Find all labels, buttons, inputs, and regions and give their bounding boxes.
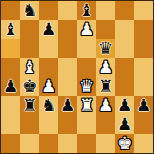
square-f5[interactable]: ♟ bbox=[96, 58, 115, 77]
square-h5[interactable] bbox=[134, 58, 153, 77]
square-g7[interactable] bbox=[115, 20, 134, 39]
piece-white-rook-e3[interactable]: ♜ bbox=[79, 96, 94, 115]
piece-white-pawn-f3[interactable]: ♟ bbox=[98, 96, 113, 115]
square-e8[interactable]: ♝ bbox=[77, 1, 96, 20]
square-a8[interactable] bbox=[1, 1, 20, 20]
square-a1[interactable] bbox=[1, 134, 20, 153]
square-f2[interactable] bbox=[96, 115, 115, 134]
square-a7[interactable]: ♝ bbox=[1, 20, 20, 39]
square-a2[interactable] bbox=[1, 115, 20, 134]
piece-white-king-g1[interactable]: ♚ bbox=[117, 134, 132, 153]
piece-white-pawn-e7[interactable]: ♟ bbox=[79, 20, 94, 39]
square-g2[interactable]: ♟ bbox=[115, 115, 134, 134]
piece-black-pawn-g3[interactable]: ♟ bbox=[117, 96, 132, 115]
square-g5[interactable] bbox=[115, 58, 134, 77]
square-h4[interactable] bbox=[134, 77, 153, 96]
piece-white-pawn-f5[interactable]: ♟ bbox=[98, 58, 113, 77]
square-a4[interactable]: ♟ bbox=[1, 77, 20, 96]
square-f4[interactable]: ♜ bbox=[96, 77, 115, 96]
piece-black-queen-f6[interactable]: ♛ bbox=[98, 39, 113, 58]
square-a5[interactable] bbox=[1, 58, 20, 77]
square-d8[interactable] bbox=[58, 1, 77, 20]
piece-black-pawn-h3[interactable]: ♟ bbox=[136, 96, 151, 115]
square-c7[interactable]: ♟ bbox=[39, 20, 58, 39]
square-a6[interactable] bbox=[1, 39, 20, 58]
square-b8[interactable]: ♞ bbox=[20, 1, 39, 20]
piece-white-queen-e4[interactable]: ♛ bbox=[79, 77, 94, 96]
square-e4[interactable]: ♛ bbox=[77, 77, 96, 96]
square-g8[interactable] bbox=[115, 1, 134, 20]
square-c4[interactable]: ♟ bbox=[39, 77, 58, 96]
square-d1[interactable] bbox=[58, 134, 77, 153]
square-h1[interactable] bbox=[134, 134, 153, 153]
piece-black-pawn-a4[interactable]: ♟ bbox=[3, 77, 18, 96]
piece-black-pawn-c7[interactable]: ♟ bbox=[41, 20, 56, 39]
square-f3[interactable]: ♟ bbox=[96, 96, 115, 115]
piece-black-bishop-a7[interactable]: ♝ bbox=[3, 20, 18, 39]
square-b6[interactable] bbox=[20, 39, 39, 58]
square-d5[interactable] bbox=[58, 58, 77, 77]
square-g3[interactable]: ♟ bbox=[115, 96, 134, 115]
piece-white-bishop-b5[interactable]: ♝ bbox=[22, 58, 37, 77]
square-d4[interactable] bbox=[58, 77, 77, 96]
square-c5[interactable] bbox=[39, 58, 58, 77]
square-c6[interactable] bbox=[39, 39, 58, 58]
square-d7[interactable] bbox=[58, 20, 77, 39]
square-e2[interactable] bbox=[77, 115, 96, 134]
square-f1[interactable] bbox=[96, 134, 115, 153]
square-h3[interactable]: ♟ bbox=[134, 96, 153, 115]
square-b5[interactable]: ♝ bbox=[20, 58, 39, 77]
piece-black-pawn-d3[interactable]: ♟ bbox=[60, 96, 75, 115]
square-e6[interactable] bbox=[77, 39, 96, 58]
piece-black-rook-f4[interactable]: ♜ bbox=[98, 77, 113, 96]
square-h8[interactable] bbox=[134, 1, 153, 20]
square-h6[interactable] bbox=[134, 39, 153, 58]
square-b7[interactable] bbox=[20, 20, 39, 39]
square-g6[interactable] bbox=[115, 39, 134, 58]
square-d3[interactable]: ♟ bbox=[58, 96, 77, 115]
square-b1[interactable] bbox=[20, 134, 39, 153]
square-c2[interactable] bbox=[39, 115, 58, 134]
square-h7[interactable] bbox=[134, 20, 153, 39]
square-c1[interactable] bbox=[39, 134, 58, 153]
square-d2[interactable] bbox=[58, 115, 77, 134]
square-f8[interactable] bbox=[96, 1, 115, 20]
square-h2[interactable] bbox=[134, 115, 153, 134]
square-e5[interactable] bbox=[77, 58, 96, 77]
piece-black-pawn-g2[interactable]: ♟ bbox=[117, 115, 132, 134]
square-d6[interactable] bbox=[58, 39, 77, 58]
square-e3[interactable]: ♜ bbox=[77, 96, 96, 115]
piece-black-knight-c3[interactable]: ♞ bbox=[41, 96, 56, 115]
square-a3[interactable] bbox=[1, 96, 20, 115]
chess-board: ♞♝♝♟♟♛♝♟♟♚♟♛♜♜♞♟♜♟♟♟♟♚ bbox=[0, 0, 154, 154]
square-b4[interactable]: ♚ bbox=[20, 77, 39, 96]
square-b3[interactable]: ♜ bbox=[20, 96, 39, 115]
piece-black-knight-b8[interactable]: ♞ bbox=[22, 1, 37, 20]
square-f6[interactable]: ♛ bbox=[96, 39, 115, 58]
piece-black-rook-b3[interactable]: ♜ bbox=[22, 96, 37, 115]
piece-black-king-b4[interactable]: ♚ bbox=[22, 77, 37, 96]
piece-white-pawn-c4[interactable]: ♟ bbox=[41, 77, 56, 96]
piece-black-bishop-e8[interactable]: ♝ bbox=[79, 1, 94, 20]
square-e1[interactable] bbox=[77, 134, 96, 153]
square-c8[interactable] bbox=[39, 1, 58, 20]
square-g4[interactable] bbox=[115, 77, 134, 96]
square-f7[interactable] bbox=[96, 20, 115, 39]
square-g1[interactable]: ♚ bbox=[115, 134, 134, 153]
square-c3[interactable]: ♞ bbox=[39, 96, 58, 115]
square-b2[interactable] bbox=[20, 115, 39, 134]
square-e7[interactable]: ♟ bbox=[77, 20, 96, 39]
